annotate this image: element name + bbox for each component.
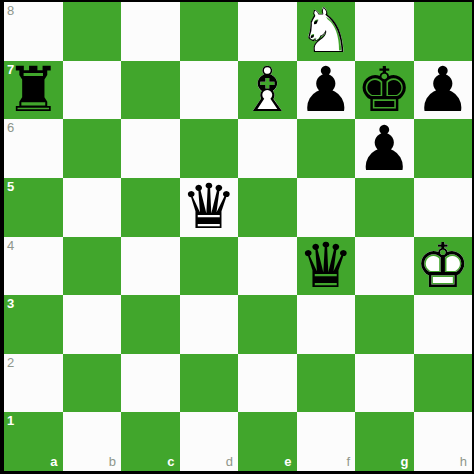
- square-g5[interactable]: [355, 178, 414, 237]
- square-c7[interactable]: [121, 61, 180, 120]
- square-e5[interactable]: [238, 178, 297, 237]
- square-g3[interactable]: [355, 295, 414, 354]
- square-a7[interactable]: 7♜: [4, 61, 63, 120]
- queen-fill-glyph: ♛: [181, 178, 237, 236]
- square-f8[interactable]: ♞♘: [297, 2, 356, 61]
- black-king-g7[interactable]: ♚: [355, 61, 414, 120]
- square-b2[interactable]: [63, 354, 122, 413]
- queen-fill-glyph: ♛: [298, 237, 354, 295]
- white-king-h4[interactable]: ♚♔: [414, 237, 473, 296]
- square-d6[interactable]: [180, 119, 239, 178]
- square-c6[interactable]: [121, 119, 180, 178]
- square-g1[interactable]: g: [355, 412, 414, 471]
- rank-label-4: 4: [7, 239, 14, 252]
- square-e1[interactable]: e: [238, 412, 297, 471]
- square-c2[interactable]: [121, 354, 180, 413]
- square-h3[interactable]: [414, 295, 473, 354]
- rank-label-8: 8: [7, 4, 14, 17]
- square-a1[interactable]: 1a: [4, 412, 63, 471]
- file-label-d: d: [226, 455, 233, 468]
- square-g2[interactable]: [355, 354, 414, 413]
- king-fill-glyph: ♚: [356, 61, 412, 119]
- black-pawn-g6[interactable]: ♟: [355, 119, 414, 178]
- bishop-outline-glyph: ♗: [239, 61, 295, 119]
- square-d1[interactable]: d: [180, 412, 239, 471]
- black-queen-f4[interactable]: ♛: [297, 237, 356, 296]
- square-b4[interactable]: [63, 237, 122, 296]
- square-h8[interactable]: [414, 2, 473, 61]
- square-h4[interactable]: ♚♔: [414, 237, 473, 296]
- square-d5[interactable]: ♛: [180, 178, 239, 237]
- square-h2[interactable]: [414, 354, 473, 413]
- square-h7[interactable]: ♟: [414, 61, 473, 120]
- square-e4[interactable]: [238, 237, 297, 296]
- square-h1[interactable]: h: [414, 412, 473, 471]
- square-a6[interactable]: 6: [4, 119, 63, 178]
- square-b5[interactable]: [63, 178, 122, 237]
- square-b3[interactable]: [63, 295, 122, 354]
- black-rook-a7[interactable]: ♜: [4, 61, 63, 120]
- square-c5[interactable]: [121, 178, 180, 237]
- file-label-g: g: [401, 455, 409, 468]
- square-a2[interactable]: 2: [4, 354, 63, 413]
- square-b6[interactable]: [63, 119, 122, 178]
- file-label-b: b: [109, 455, 116, 468]
- square-f4[interactable]: ♛: [297, 237, 356, 296]
- square-e6[interactable]: [238, 119, 297, 178]
- square-f5[interactable]: [297, 178, 356, 237]
- rank-label-3: 3: [7, 297, 14, 310]
- black-queen-d5[interactable]: ♛: [180, 178, 239, 237]
- square-b7[interactable]: [63, 61, 122, 120]
- file-label-f: f: [346, 455, 350, 468]
- square-c4[interactable]: [121, 237, 180, 296]
- square-d4[interactable]: [180, 237, 239, 296]
- king-outline-glyph: ♔: [415, 237, 471, 295]
- square-a3[interactable]: 3: [4, 295, 63, 354]
- file-label-h: h: [460, 455, 467, 468]
- rook-fill-glyph: ♜: [5, 61, 61, 119]
- square-f3[interactable]: [297, 295, 356, 354]
- square-d8[interactable]: [180, 2, 239, 61]
- white-bishop-e7[interactable]: ♝♗: [238, 61, 297, 120]
- rank-label-1: 1: [7, 414, 14, 427]
- file-label-a: a: [50, 455, 57, 468]
- square-g6[interactable]: ♟: [355, 119, 414, 178]
- square-e3[interactable]: [238, 295, 297, 354]
- square-g7[interactable]: ♚: [355, 61, 414, 120]
- square-d3[interactable]: [180, 295, 239, 354]
- white-knight-f8[interactable]: ♞♘: [297, 2, 356, 61]
- square-g4[interactable]: [355, 237, 414, 296]
- square-a5[interactable]: 5: [4, 178, 63, 237]
- pawn-fill-glyph: ♟: [415, 61, 471, 119]
- square-c3[interactable]: [121, 295, 180, 354]
- square-a8[interactable]: 8: [4, 2, 63, 61]
- black-pawn-f7[interactable]: ♟: [297, 61, 356, 120]
- square-f1[interactable]: f: [297, 412, 356, 471]
- black-pawn-h7[interactable]: ♟: [414, 61, 473, 120]
- square-a4[interactable]: 4: [4, 237, 63, 296]
- square-f6[interactable]: [297, 119, 356, 178]
- square-b8[interactable]: [63, 2, 122, 61]
- square-f7[interactable]: ♟: [297, 61, 356, 120]
- square-c8[interactable]: [121, 2, 180, 61]
- knight-outline-glyph: ♘: [298, 2, 354, 60]
- square-c1[interactable]: c: [121, 412, 180, 471]
- pawn-fill-glyph: ♟: [298, 61, 354, 119]
- square-e8[interactable]: [238, 2, 297, 61]
- square-f2[interactable]: [297, 354, 356, 413]
- chess-board: 8♞♘7♜♝♗♟♚♟6♟5♛4♛♚♔321abcdefgh: [4, 2, 472, 471]
- square-h6[interactable]: [414, 119, 473, 178]
- square-d2[interactable]: [180, 354, 239, 413]
- file-label-e: e: [284, 455, 291, 468]
- square-b1[interactable]: b: [63, 412, 122, 471]
- square-g8[interactable]: [355, 2, 414, 61]
- rank-label-5: 5: [7, 180, 14, 193]
- chess-board-screenshot: 8♞♘7♜♝♗♟♚♟6♟5♛4♛♚♔321abcdefgh: [0, 0, 474, 474]
- square-e7[interactable]: ♝♗: [238, 61, 297, 120]
- rank-label-2: 2: [7, 356, 14, 369]
- square-e2[interactable]: [238, 354, 297, 413]
- square-h5[interactable]: [414, 178, 473, 237]
- file-label-c: c: [167, 455, 174, 468]
- pawn-fill-glyph: ♟: [356, 120, 412, 178]
- square-d7[interactable]: [180, 61, 239, 120]
